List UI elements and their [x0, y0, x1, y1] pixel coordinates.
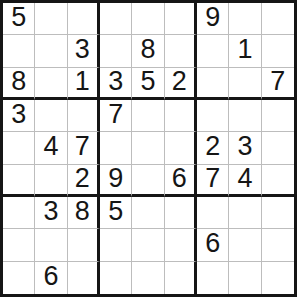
cell-r3c1[interactable]: 8: [3, 68, 35, 100]
cell-r9c9[interactable]: [262, 262, 294, 294]
cell-r8c2[interactable]: [35, 229, 67, 261]
given-digit: 6: [172, 165, 187, 192]
given-digit: 3: [108, 68, 123, 95]
cell-r9c8[interactable]: [229, 262, 261, 294]
cell-r1c4[interactable]: [100, 3, 132, 35]
given-digit: 8: [140, 36, 155, 63]
given-digit: 1: [237, 36, 252, 63]
cell-r9c5[interactable]: [132, 262, 164, 294]
cell-r6c9[interactable]: [262, 165, 294, 197]
cell-r2c7[interactable]: [197, 35, 229, 67]
sudoku-board: 593818135273747232967438566: [0, 0, 297, 297]
cell-r2c2[interactable]: [35, 35, 67, 67]
cell-r4c3[interactable]: [68, 100, 100, 132]
cell-r9c4[interactable]: [100, 262, 132, 294]
cell-r2c6[interactable]: [165, 35, 197, 67]
given-digit: 2: [205, 133, 220, 160]
cell-r7c8[interactable]: [229, 197, 261, 229]
cell-r5c8[interactable]: 3: [229, 132, 261, 164]
cell-r2c9[interactable]: [262, 35, 294, 67]
given-digit: 3: [75, 36, 90, 63]
cell-r8c1[interactable]: [3, 229, 35, 261]
cell-r5c9[interactable]: [262, 132, 294, 164]
given-digit: 3: [43, 198, 58, 225]
cell-r8c6[interactable]: [165, 229, 197, 261]
cell-r1c3[interactable]: [68, 3, 100, 35]
cell-r3c2[interactable]: [35, 68, 67, 100]
cell-r3c6[interactable]: 2: [165, 68, 197, 100]
given-digit: 5: [108, 198, 123, 225]
cell-r7c1[interactable]: [3, 197, 35, 229]
cell-r6c4[interactable]: 9: [100, 165, 132, 197]
cell-r5c1[interactable]: [3, 132, 35, 164]
cell-r8c4[interactable]: [100, 229, 132, 261]
cell-r5c7[interactable]: 2: [197, 132, 229, 164]
cell-r4c8[interactable]: [229, 100, 261, 132]
cell-r1c9[interactable]: [262, 3, 294, 35]
cell-r9c2[interactable]: 6: [35, 262, 67, 294]
given-digit: 9: [108, 165, 123, 192]
cell-r3c9[interactable]: 7: [262, 68, 294, 100]
cell-r7c5[interactable]: [132, 197, 164, 229]
cell-r3c8[interactable]: [229, 68, 261, 100]
given-digit: 7: [75, 133, 90, 160]
cell-r8c7[interactable]: 6: [197, 229, 229, 261]
cell-r8c8[interactable]: [229, 229, 261, 261]
given-digit: 3: [11, 101, 26, 128]
cell-r2c8[interactable]: 1: [229, 35, 261, 67]
cell-r3c3[interactable]: 1: [68, 68, 100, 100]
cell-r4c7[interactable]: [197, 100, 229, 132]
cell-r6c1[interactable]: [3, 165, 35, 197]
given-digit: 2: [75, 165, 90, 192]
cell-r1c2[interactable]: [35, 3, 67, 35]
cell-r2c4[interactable]: [100, 35, 132, 67]
cell-r7c6[interactable]: [165, 197, 197, 229]
given-digit: 1: [75, 68, 90, 95]
cell-r1c8[interactable]: [229, 3, 261, 35]
given-digit: 7: [108, 101, 123, 128]
cell-r5c3[interactable]: 7: [68, 132, 100, 164]
given-digit: 5: [11, 4, 26, 31]
given-digit: 8: [75, 198, 90, 225]
given-digit: 7: [270, 68, 285, 95]
given-digit: 6: [205, 230, 220, 257]
cell-r3c4[interactable]: 3: [100, 68, 132, 100]
cell-r7c3[interactable]: 8: [68, 197, 100, 229]
cell-r5c6[interactable]: [165, 132, 197, 164]
cell-r6c3[interactable]: 2: [68, 165, 100, 197]
cell-r2c3[interactable]: 3: [68, 35, 100, 67]
cell-r8c5[interactable]: [132, 229, 164, 261]
given-digit: 2: [172, 68, 187, 95]
cell-r6c5[interactable]: [132, 165, 164, 197]
cell-r9c3[interactable]: [68, 262, 100, 294]
cell-r8c3[interactable]: [68, 229, 100, 261]
cell-r4c1[interactable]: 3: [3, 100, 35, 132]
cell-r6c6[interactable]: 6: [165, 165, 197, 197]
cell-r4c4[interactable]: 7: [100, 100, 132, 132]
cell-r5c5[interactable]: [132, 132, 164, 164]
cell-r9c7[interactable]: [197, 262, 229, 294]
cell-r4c6[interactable]: [165, 100, 197, 132]
cell-r4c5[interactable]: [132, 100, 164, 132]
cell-r2c1[interactable]: [3, 35, 35, 67]
cell-r1c7[interactable]: 9: [197, 3, 229, 35]
cell-r6c2[interactable]: [35, 165, 67, 197]
cell-r5c4[interactable]: [100, 132, 132, 164]
given-digit: 7: [205, 165, 220, 192]
cell-r6c7[interactable]: 7: [197, 165, 229, 197]
cell-r4c2[interactable]: [35, 100, 67, 132]
cell-r7c9[interactable]: [262, 197, 294, 229]
given-digit: 5: [140, 68, 155, 95]
cell-r9c1[interactable]: [3, 262, 35, 294]
cell-r7c7[interactable]: [197, 197, 229, 229]
cell-r3c5[interactable]: 5: [132, 68, 164, 100]
cell-r2c5[interactable]: 8: [132, 35, 164, 67]
cell-r1c1[interactable]: 5: [3, 3, 35, 35]
given-digit: 6: [43, 263, 58, 290]
cell-r7c4[interactable]: 5: [100, 197, 132, 229]
given-digit: 8: [11, 68, 26, 95]
given-digit: 4: [237, 165, 252, 192]
given-digit: 4: [43, 133, 58, 160]
cell-r4c9[interactable]: [262, 100, 294, 132]
cell-r5c2[interactable]: 4: [35, 132, 67, 164]
cell-r1c6[interactable]: [165, 3, 197, 35]
given-digit: 9: [205, 4, 220, 31]
cell-r3c7[interactable]: [197, 68, 229, 100]
cell-r8c9[interactable]: [262, 229, 294, 261]
cell-r1c5[interactable]: [132, 3, 164, 35]
cell-r6c8[interactable]: 4: [229, 165, 261, 197]
cell-r7c2[interactable]: 3: [35, 197, 67, 229]
given-digit: 3: [237, 133, 252, 160]
cell-r9c6[interactable]: [165, 262, 197, 294]
